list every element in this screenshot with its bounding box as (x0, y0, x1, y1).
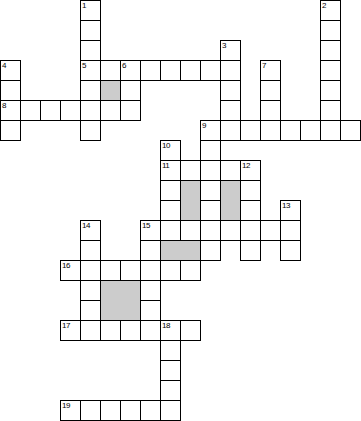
cell[interactable] (200, 60, 221, 81)
cell[interactable] (200, 200, 221, 221)
cell[interactable] (100, 100, 121, 121)
cell[interactable] (120, 60, 141, 81)
cell[interactable] (180, 60, 201, 81)
cell[interactable] (160, 260, 181, 281)
cell[interactable] (320, 80, 341, 101)
cell[interactable] (320, 20, 341, 41)
cell[interactable] (220, 160, 241, 181)
cell[interactable] (80, 120, 101, 141)
cell[interactable] (0, 120, 21, 141)
cell[interactable] (200, 240, 221, 261)
cell[interactable] (60, 100, 81, 121)
cell[interactable] (260, 60, 281, 81)
cell[interactable] (100, 320, 121, 341)
cell[interactable] (320, 40, 341, 61)
shaded-cell[interactable] (100, 80, 121, 101)
cell[interactable] (140, 220, 161, 241)
cell[interactable] (160, 340, 181, 361)
cell[interactable] (200, 140, 221, 161)
cell[interactable] (140, 300, 161, 321)
cell[interactable] (220, 100, 241, 121)
cell[interactable] (200, 160, 221, 181)
cell[interactable] (180, 160, 201, 181)
cell[interactable] (220, 220, 241, 241)
cell[interactable] (160, 140, 181, 161)
cell[interactable] (0, 100, 21, 121)
cell[interactable] (300, 120, 321, 141)
cell[interactable] (120, 260, 141, 281)
cell[interactable] (260, 120, 281, 141)
cell[interactable] (120, 320, 141, 341)
crossword-grid: 12345678910111213141516171819 (0, 0, 361, 421)
cell[interactable] (80, 0, 101, 21)
cell[interactable] (80, 300, 101, 321)
cell[interactable] (80, 280, 101, 301)
cell[interactable] (80, 40, 101, 61)
cell[interactable] (240, 120, 261, 141)
cell[interactable] (140, 240, 161, 261)
cell[interactable] (220, 60, 241, 81)
cell[interactable] (220, 80, 241, 101)
cell[interactable] (160, 200, 181, 221)
cell[interactable] (180, 320, 201, 341)
cell[interactable] (240, 240, 261, 261)
cell[interactable] (180, 260, 201, 281)
cell[interactable] (120, 80, 141, 101)
cell[interactable] (20, 100, 41, 121)
cell[interactable] (0, 60, 21, 81)
cell[interactable] (320, 100, 341, 121)
shaded-cell[interactable] (160, 240, 201, 261)
cell[interactable] (0, 80, 21, 101)
cell[interactable] (240, 160, 261, 181)
cell[interactable] (160, 60, 181, 81)
cell[interactable] (280, 220, 301, 241)
cell[interactable] (240, 200, 261, 221)
cell[interactable] (60, 260, 81, 281)
cell[interactable] (160, 380, 181, 401)
shaded-cell[interactable] (220, 180, 241, 221)
cell[interactable] (60, 320, 81, 341)
cell[interactable] (80, 400, 101, 421)
cell[interactable] (200, 180, 221, 201)
cell[interactable] (280, 200, 301, 221)
cell[interactable] (80, 240, 101, 261)
cell[interactable] (60, 400, 81, 421)
shaded-cell[interactable] (100, 280, 141, 321)
cell[interactable] (80, 320, 101, 341)
cell[interactable] (160, 400, 181, 421)
cell[interactable] (260, 80, 281, 101)
cell[interactable] (320, 60, 341, 81)
cell[interactable] (200, 220, 221, 241)
shaded-cell[interactable] (180, 180, 201, 221)
cell[interactable] (160, 320, 181, 341)
cell[interactable] (40, 100, 61, 121)
cell[interactable] (80, 60, 101, 81)
cell[interactable] (140, 320, 161, 341)
cell[interactable] (280, 240, 301, 261)
cell[interactable] (160, 360, 181, 381)
cell[interactable] (100, 260, 121, 281)
cell[interactable] (320, 120, 341, 141)
cell[interactable] (80, 260, 101, 281)
cell[interactable] (120, 100, 141, 121)
cell[interactable] (240, 180, 261, 201)
cell[interactable] (280, 120, 301, 141)
cell[interactable] (240, 220, 261, 241)
cell[interactable] (200, 120, 221, 141)
cell[interactable] (220, 120, 241, 141)
cell[interactable] (320, 0, 341, 21)
cell[interactable] (140, 400, 161, 421)
cell[interactable] (160, 220, 181, 241)
cell[interactable] (100, 400, 121, 421)
cell[interactable] (80, 100, 101, 121)
cell[interactable] (80, 20, 101, 41)
cell[interactable] (140, 280, 161, 301)
cell[interactable] (140, 260, 161, 281)
cell[interactable] (80, 80, 101, 101)
cell[interactable] (260, 220, 281, 241)
cell[interactable] (120, 400, 141, 421)
cell[interactable] (160, 180, 181, 201)
cell[interactable] (260, 100, 281, 121)
cell[interactable] (220, 40, 241, 61)
cell[interactable] (80, 220, 101, 241)
cell[interactable] (340, 120, 361, 141)
cell[interactable] (180, 220, 201, 241)
cell[interactable] (100, 60, 121, 81)
cell[interactable] (140, 60, 161, 81)
cell[interactable] (160, 160, 181, 181)
